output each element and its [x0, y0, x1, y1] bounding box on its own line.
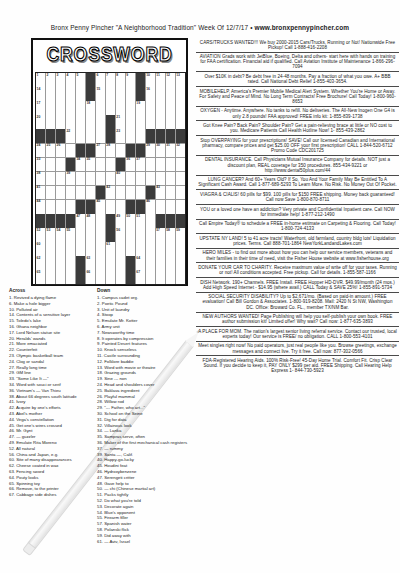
- grid-cell: [46, 242, 55, 256]
- grid-cell: 22: [66, 129, 75, 143]
- grid-cell: [146, 214, 155, 228]
- down-clue: 24. Head and shoulders cover: [97, 382, 189, 387]
- grid-cell: [116, 270, 125, 284]
- grid-cell: 1: [36, 73, 45, 87]
- classified-ad: Over $10K in debt? Be debt free in 24-48…: [196, 71, 399, 86]
- cell-number: 5: [76, 73, 78, 77]
- masthead: Bronx Penny Pincher "A Neighborhood Trad…: [0, 24, 400, 31]
- cell-number: 61: [106, 242, 110, 246]
- grid-cell: [116, 144, 125, 158]
- grid-cell: [156, 270, 165, 284]
- grid-cell: [76, 101, 85, 115]
- grid-cell: [56, 158, 65, 172]
- cell-number: 2: [47, 73, 49, 77]
- black-cell: [156, 214, 165, 228]
- grid-cell: [156, 242, 165, 256]
- grid-cell: [66, 270, 75, 284]
- grid-cell: [146, 158, 155, 172]
- down-clue: 25. Baklava ingredient: [97, 388, 189, 393]
- grid-cell: [166, 186, 175, 200]
- black-cell: [176, 129, 185, 143]
- down-clue: 51. Packs tightly: [97, 492, 189, 497]
- grid-cell: 23: [116, 129, 125, 143]
- grid-cell: 25: [46, 144, 55, 158]
- grid-cell: 15: [96, 87, 105, 101]
- across-clue: 42. Acquire by one's efforts: [9, 405, 94, 410]
- grid-cell: 41: [36, 186, 45, 200]
- grid-cell: [126, 172, 135, 186]
- crossword-title: CROSSWORD: [45, 42, 174, 66]
- grid-cell: 5: [76, 73, 85, 87]
- grid-cell: [66, 256, 75, 270]
- down-clue: 58. Polanski flick: [97, 527, 189, 532]
- cell-number: 35: [86, 157, 90, 161]
- grid-cell: 8: [116, 73, 125, 87]
- cell-number: 32: [176, 143, 180, 147]
- cell-number: 37: [136, 157, 140, 161]
- grid-cell: [156, 200, 165, 214]
- classified-ad: NEW AUTHORS WANTED! Page Publishing will…: [196, 312, 399, 327]
- classified-ad: FDA-Registered Hearing Aids. 100% Risk-F…: [196, 355, 399, 375]
- cell-number: 20: [37, 115, 41, 119]
- black-cell: [86, 87, 95, 101]
- grid-cell: [86, 228, 95, 242]
- grid-cell: [166, 270, 175, 284]
- grid-cell: [56, 270, 65, 284]
- black-cell: [126, 270, 135, 284]
- grid-cell: [56, 256, 65, 270]
- across-clue: 43. Abel's mother: [9, 411, 94, 416]
- classified-ad: A PLACE FOR MOM. The nation's largest se…: [196, 326, 399, 341]
- grid-cell: [146, 228, 155, 242]
- across-clue: 10. Polluted air: [9, 307, 94, 312]
- cell-number: 8: [116, 73, 118, 77]
- grid-cell: [156, 101, 165, 115]
- down-clue: 54. Blue's opponent: [97, 510, 189, 515]
- classified-ad: CARS/TRUCKS WANTED!!! We buy 2000-2015 C…: [196, 38, 399, 52]
- black-cell: [106, 228, 115, 242]
- grid-cell: 14: [36, 87, 45, 101]
- grid-cell: [106, 101, 115, 115]
- cell-number: 18: [86, 101, 90, 105]
- grid-cell: [116, 87, 125, 101]
- grid-cell: [106, 256, 115, 270]
- cell-number: 3: [57, 73, 59, 77]
- cell-number: 6: [96, 73, 98, 77]
- black-cell: [76, 200, 85, 214]
- grid-cell: [106, 158, 115, 172]
- black-cell: [116, 158, 125, 172]
- grid-cell: [66, 186, 75, 200]
- cell-number: 36: [126, 157, 130, 161]
- grid-cell: 52: [36, 228, 45, 242]
- grid-cell: [56, 115, 65, 129]
- grid-cell: 56: [116, 228, 125, 242]
- black-cell: [106, 214, 115, 228]
- cell-number: 19: [136, 101, 140, 105]
- black-cell: [76, 144, 85, 158]
- across-clue: 60. Site of many disappearances: [9, 457, 94, 462]
- grid-cell: 17: [36, 101, 45, 115]
- cell-number: 38: [37, 171, 41, 175]
- grid-cell: [66, 242, 75, 256]
- grid-cell: [126, 129, 135, 143]
- grid-cell: [96, 256, 105, 270]
- grid-cell: 38: [36, 172, 45, 186]
- cell-number: 52: [37, 228, 41, 232]
- crossword-box: CROSSWORD 123456789101112131415161718192…: [31, 38, 188, 286]
- cell-number: 47: [76, 214, 80, 218]
- across-clue: 21. More emaciated: [9, 341, 94, 346]
- down-clue: 53. Decorate again: [97, 504, 189, 509]
- grid-cell: [76, 186, 85, 200]
- down-clue: 61. — Aviv, Israel: [97, 539, 189, 544]
- across-clue: 44. Vega's constellation: [9, 417, 94, 422]
- down-clue: 3. Unit of laundry: [97, 307, 189, 312]
- cell-number: 1: [37, 73, 39, 77]
- across-clue: 27. Really long time: [9, 365, 94, 370]
- grid-cell: [76, 129, 85, 143]
- grid-cell: [146, 115, 155, 129]
- grid-cell: 61: [106, 242, 115, 256]
- grid-cell: 18: [86, 101, 95, 115]
- grid-cell: [126, 87, 135, 101]
- grid-cell: [56, 101, 65, 115]
- grid-cell: 47: [76, 214, 85, 228]
- grid-cell: 48: [86, 214, 95, 228]
- classified-ad: LUNG CANCER? And 60+ Years Old? If So, Y…: [196, 175, 399, 190]
- grid-cell: [156, 158, 165, 172]
- grid-cell: [126, 228, 135, 242]
- grid-cell: [176, 158, 185, 172]
- grid-cell: 13: [176, 73, 185, 87]
- black-cell: [36, 214, 45, 228]
- classified-ad: YOU or a loved one have an addiction? Ve…: [196, 204, 399, 219]
- grid-cell: 46: [146, 200, 155, 214]
- across-clue-list: 1. Revived a dying flame6. Make a hole b…: [9, 295, 94, 498]
- grid-cell: 34: [76, 158, 85, 172]
- down-clue: 9. Painted Desert features: [97, 341, 189, 346]
- black-cell: [136, 144, 145, 158]
- grid-cell: 65: [36, 270, 45, 284]
- down-clue: 11. Castle surrounding: [97, 353, 189, 358]
- grid-cell: 4: [66, 73, 75, 87]
- down-clue: 48. Gave help to: [97, 481, 189, 486]
- cell-number: 46: [146, 199, 150, 203]
- down-clue: 19. Sine --- non: [97, 376, 189, 381]
- cell-number: 65: [37, 270, 41, 274]
- cell-number: 43: [156, 185, 160, 189]
- classified-ad: Stop OVERPAYING for your prescriptions! …: [196, 135, 399, 155]
- grid-cell: 37: [136, 158, 145, 172]
- cell-number: 54: [57, 228, 61, 232]
- grid-cell: 26: [56, 144, 65, 158]
- grid-cell: [76, 87, 85, 101]
- grid-cell: [136, 242, 145, 256]
- down-clue: 36. Maker of the first mechanical cash r…: [97, 440, 189, 445]
- grid-cell: 16: [146, 87, 155, 101]
- grid-cell: [46, 172, 55, 186]
- across-clue: 46. Mr. Gynt: [9, 428, 94, 433]
- grid-cell: 2: [46, 73, 55, 87]
- down-clue: 35. Sampras serve, often: [97, 434, 189, 439]
- grid-cell: [176, 115, 185, 129]
- grid-cell: 58: [166, 228, 175, 242]
- grid-cell: [146, 270, 155, 284]
- grid-cell: 12: [166, 73, 175, 87]
- cell-number: 44: [37, 199, 41, 203]
- across-clue: 23. Olympic basketball team: [9, 353, 94, 358]
- classified-ad: SOCIAL SECURITY DISABILITY? Up to $2,671…: [196, 292, 399, 312]
- grid-cell: [166, 158, 175, 172]
- grid-cell: [86, 186, 95, 200]
- cell-number: 17: [37, 101, 41, 105]
- cell-number: 15: [96, 87, 100, 91]
- grid-cell: 40: [116, 172, 125, 186]
- across-clue: 45. Get one's wires crossed: [9, 423, 94, 428]
- cell-number: 26: [57, 143, 61, 147]
- grid-cell: [76, 228, 85, 242]
- black-cell: [126, 256, 135, 270]
- cell-number: 59: [176, 228, 180, 232]
- cell-number: 23: [116, 129, 120, 133]
- down-clue: 46. Hydroxybenzene: [97, 469, 189, 474]
- down-clue: 34. — Lanka: [97, 428, 189, 433]
- grid-cell: 64: [136, 256, 145, 270]
- cell-number: 21: [116, 115, 120, 119]
- masthead-title: Bronx Penny Pincher "A Neighborhood Trad…: [51, 24, 249, 31]
- black-cell: [96, 186, 105, 200]
- across-clue: 17. Lord Nelson statue site: [9, 330, 94, 335]
- across-clue: 67. Cabbage side dishes: [9, 492, 94, 497]
- grid-cell: [136, 129, 145, 143]
- grid-cell: 53: [46, 228, 55, 242]
- grid-cell: 10: [146, 73, 155, 87]
- down-clue: 50. — chi (Chinese martial art): [97, 486, 189, 491]
- grid-cell: [136, 172, 145, 186]
- across-clue: 16. Ghana neighbor: [9, 324, 94, 329]
- down-clue: 6. Army unit: [97, 324, 189, 329]
- grid-cell: [86, 172, 95, 186]
- down-clue: 40. Happy-go-lucky: [97, 457, 189, 462]
- grid-cell: [116, 256, 125, 270]
- grid-cell: 29: [146, 144, 155, 158]
- down-clue: 30. School on the Seine: [97, 411, 189, 416]
- cell-number: 27: [96, 143, 100, 147]
- grid-cell: 21: [116, 115, 125, 129]
- grid-cell: [86, 129, 95, 143]
- down-clue: 5. Emulate Mr. Kotter: [97, 318, 189, 323]
- down-clue: 39. Santa —, Calif.: [97, 452, 189, 457]
- cell-number: 56: [116, 228, 120, 232]
- grid-cell: [46, 101, 55, 115]
- classified-ad: VIAGRA & CIALIS! 60 pills for $99. 100 p…: [196, 189, 399, 204]
- grid-cell: 51: [136, 214, 145, 228]
- grid-cell: [156, 87, 165, 101]
- newspaper-page: Bronx Penny Pincher "A Neighborhood Trad…: [0, 0, 400, 573]
- classified-ad: MOBILEHELP, America's Premier Mobile Med…: [196, 86, 399, 106]
- cell-number: 12: [166, 73, 170, 77]
- grid-cell: [106, 270, 115, 284]
- grid-cell: [66, 115, 75, 129]
- across-clue: 22. Counterfeit: [9, 347, 94, 352]
- grid-cell: [86, 242, 95, 256]
- grid-cell: 6: [96, 73, 105, 87]
- across-clue: 24. Clog or sandal: [9, 359, 94, 364]
- grid-cell: [166, 87, 175, 101]
- grid-cell: [56, 87, 65, 101]
- grid-cell: [106, 87, 115, 101]
- black-cell: [76, 270, 85, 284]
- cell-number: 9: [126, 73, 128, 77]
- grid-cell: [96, 228, 105, 242]
- grid-cell: 3: [56, 73, 65, 87]
- grid-cell: 19: [136, 101, 145, 115]
- classified-ad: DENTAL INSURANCE. Call Physicians Mutual…: [196, 155, 399, 175]
- black-cell: [46, 129, 55, 143]
- grid-cell: [146, 172, 155, 186]
- grid-cell: 43: [156, 186, 165, 200]
- cell-number: 10: [146, 73, 150, 77]
- grid-cell: [146, 101, 155, 115]
- grid-cell: [136, 186, 145, 200]
- grid-cell: [46, 270, 55, 284]
- grid-cell: 32: [176, 144, 185, 158]
- grid-cell: [46, 186, 55, 200]
- cell-number: 28: [106, 143, 110, 147]
- grid-cell: [156, 115, 165, 129]
- grid-cell: [56, 242, 65, 256]
- black-cell: [106, 115, 115, 129]
- grid-cell: 7: [106, 73, 115, 87]
- cell-number: 29: [146, 143, 150, 147]
- grid-cell: 28: [106, 144, 115, 158]
- down-clue: 12. Folklore baddie: [97, 359, 189, 364]
- cell-number: 22: [66, 129, 70, 133]
- grid-cell: [76, 172, 85, 186]
- classified-ad: Got Knee Pain? Back Pain? Shoulder Pain?…: [196, 120, 399, 135]
- cell-number: 60: [37, 242, 41, 246]
- grid-cell: [116, 186, 125, 200]
- down-clue: 29. "--- Father, who art...": [97, 405, 189, 410]
- grid-cell: [166, 256, 175, 270]
- grid-cell: [136, 115, 145, 129]
- grid-cell: 55: [66, 228, 75, 242]
- down-clue: 18. Grazing grounds: [97, 370, 189, 375]
- cell-number: 31: [166, 143, 170, 147]
- grid-cell: [96, 242, 105, 256]
- classified-ad: HERO MILES - to find out more about how …: [196, 248, 399, 263]
- across-clue: 66. Remove, to the printer: [9, 486, 94, 491]
- grid-cell: [126, 115, 135, 129]
- across-clue: 63. Fencing sword: [9, 469, 94, 474]
- grid-cell: 20: [36, 115, 45, 129]
- black-cell: [136, 87, 145, 101]
- black-cell: [86, 73, 95, 87]
- classified-ad: Meet singles right now! No paid operator…: [196, 341, 399, 356]
- grid-cell: [176, 242, 185, 256]
- across-clue: 14. Contents of a sensitive layer: [9, 312, 94, 317]
- grid-cell: [96, 172, 105, 186]
- grid-cell: [46, 256, 55, 270]
- classified-ad: OXYGEN - Anytime. Anywhere. No tanks to …: [196, 106, 399, 121]
- cell-number: 55: [66, 228, 70, 232]
- grid-cell: [66, 101, 75, 115]
- black-cell: [86, 144, 95, 158]
- grid-cell: [166, 101, 175, 115]
- across-clue: 52. All natural: [9, 446, 94, 451]
- across-clue: 64. Pouty looks: [9, 475, 94, 480]
- grid-cell: [116, 242, 125, 256]
- down-clue: 4. Stoop: [97, 312, 189, 317]
- black-cell: [126, 144, 135, 158]
- grid-cell: [146, 242, 155, 256]
- grid-cell: [176, 270, 185, 284]
- cell-number: 13: [176, 73, 180, 77]
- cell-number: 33: [37, 157, 41, 161]
- cell-number: 24: [37, 143, 41, 147]
- cell-number: 34: [76, 157, 80, 161]
- grid-cell: [126, 186, 135, 200]
- across-clue: 33. "Some Like It —": [9, 376, 94, 381]
- down-clue: 31. Dig for data: [97, 417, 189, 422]
- grid-cell: 63: [86, 256, 95, 270]
- down-clue: 7. Newsworthy time: [97, 330, 189, 335]
- down-clue: 10. Knock senseless: [97, 347, 189, 352]
- grid-cell: [126, 101, 135, 115]
- grid-cell: 31: [166, 144, 175, 158]
- black-cell: [136, 200, 145, 214]
- black-cell: [46, 214, 55, 228]
- grid-cell: 45: [96, 200, 105, 214]
- black-cell: [76, 256, 85, 270]
- grid-cell: [56, 172, 65, 186]
- across-clue: 6. Make a hole bigger: [9, 301, 94, 306]
- grid-cell: [126, 242, 135, 256]
- cell-number: 39: [66, 171, 70, 175]
- cell-number: 50: [126, 214, 130, 218]
- classified-ad: AVIATION Grads work with JetBlue, Boeing…: [196, 52, 399, 72]
- grid-cell: [46, 87, 55, 101]
- grid-cell: [86, 115, 95, 129]
- grid-cell: [96, 129, 105, 143]
- down-clue: 28. Willow rod: [97, 399, 189, 404]
- down-header: Down: [97, 288, 189, 294]
- grid-cell: [46, 158, 55, 172]
- cell-number: 49: [116, 214, 120, 218]
- grid-cell: [166, 242, 175, 256]
- grid-cell: [156, 172, 165, 186]
- grid-cell: 30: [156, 144, 165, 158]
- down-clue: 45. Houdini feat: [97, 463, 189, 468]
- masthead-website: www.bronxpennypincher.com: [255, 24, 350, 31]
- grid-cell: [56, 200, 65, 214]
- grid-cell: [166, 172, 175, 186]
- across-clue: 65. Spinning toy: [9, 481, 94, 486]
- grid-cell: [176, 87, 185, 101]
- cell-number: 66: [86, 270, 90, 274]
- grid-cell: [46, 115, 55, 129]
- grid-cell: [176, 186, 185, 200]
- grid-cell: [136, 228, 145, 242]
- down-clue: 1. Campus cadet org.: [97, 295, 189, 300]
- grid-cell: [46, 200, 55, 214]
- black-cell: [166, 214, 175, 228]
- grid-cell: [76, 242, 85, 256]
- black-cell: [66, 158, 75, 172]
- black-cell: [86, 200, 95, 214]
- grid-cell: [96, 115, 105, 129]
